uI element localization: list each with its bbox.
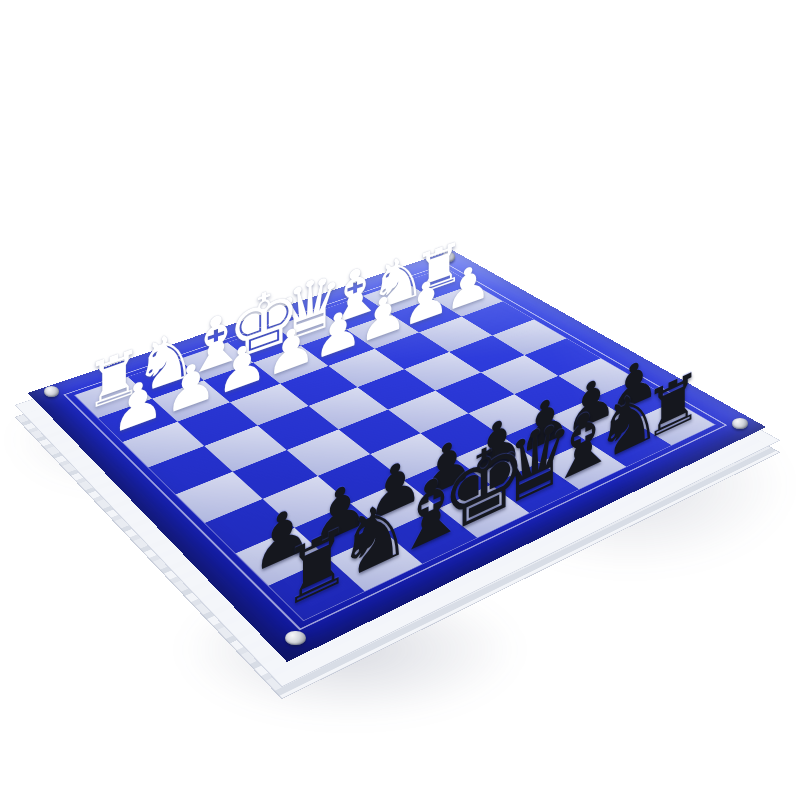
chess-board [28, 250, 766, 662]
product-photo-scene: ♜♞♝♛♚♝♞♜♟♟♟♟♟♟♟♟♟♟♟♟♟♟♟♟♜♞♝♛♚♝♞♜ [0, 0, 800, 800]
